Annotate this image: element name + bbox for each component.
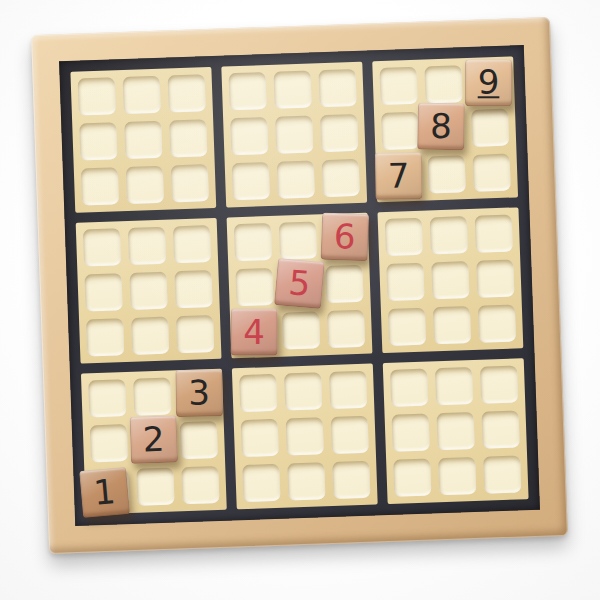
cell-cavity	[483, 455, 521, 493]
cell-r7c7[interactable]	[386, 364, 433, 411]
cell-r8c2[interactable]: 2	[131, 418, 178, 465]
cell-cavity	[239, 374, 277, 412]
cell-cavity	[274, 70, 312, 108]
cell-cavity	[78, 77, 116, 115]
tile-4[interactable]: 4	[231, 309, 278, 356]
tile-numeral: 7	[388, 158, 410, 192]
cell-r7c2[interactable]	[129, 373, 176, 420]
block-2-2: 654	[227, 213, 373, 359]
cell-r4c3[interactable]	[169, 221, 216, 268]
blocks-grid: 987654321	[70, 56, 528, 514]
cell-r9c9[interactable]	[479, 451, 526, 498]
cell-cavity	[327, 310, 365, 348]
cell-r9c6[interactable]	[328, 457, 375, 504]
cell-cavity	[129, 272, 167, 310]
cell-r1c5[interactable]	[269, 66, 316, 113]
cell-r6c2[interactable]	[127, 312, 174, 359]
cell-cavity	[438, 457, 476, 495]
cell-r2c6[interactable]	[316, 110, 363, 157]
cell-cavity	[473, 154, 511, 192]
cell-r9c7[interactable]	[389, 454, 436, 501]
board-black-grid: 987654321	[59, 45, 540, 526]
tile-numeral: 9	[478, 65, 500, 99]
tile-3[interactable]: 3	[175, 369, 223, 417]
photo-background: 987654321	[0, 0, 600, 600]
cell-r5c5[interactable]: 5	[276, 262, 323, 309]
cell-r1c9[interactable]: 9	[465, 60, 512, 107]
cell-r5c8[interactable]	[427, 257, 474, 304]
cell-r5c6[interactable]	[321, 261, 368, 308]
cell-cavity	[174, 270, 212, 308]
cell-r1c7[interactable]	[375, 63, 422, 110]
cell-r8c4[interactable]	[237, 415, 284, 462]
cell-cavity	[180, 421, 218, 459]
cell-cavity	[331, 416, 369, 454]
cell-r3c3[interactable]	[167, 160, 214, 207]
cell-cavity	[476, 260, 514, 298]
cell-cavity	[277, 160, 315, 198]
cell-cavity	[482, 410, 520, 448]
cell-cavity	[388, 308, 426, 346]
cell-cavity	[230, 117, 268, 155]
cell-cavity	[435, 367, 473, 405]
cell-r1c8[interactable]	[420, 61, 467, 108]
cell-r6c3[interactable]	[172, 311, 219, 358]
cell-r4c1[interactable]	[79, 224, 126, 271]
cell-r3c7[interactable]: 7	[378, 153, 425, 200]
cell-cavity	[229, 72, 267, 110]
cell-r6c1[interactable]	[82, 314, 129, 361]
cell-cavity	[287, 462, 325, 500]
cell-cavity	[392, 414, 430, 452]
cell-cavity	[431, 261, 469, 299]
cell-r2c2[interactable]	[120, 117, 167, 164]
cell-r4c8[interactable]	[426, 212, 473, 259]
tile-1[interactable]: 1	[79, 467, 130, 518]
cell-r3c4[interactable]	[228, 158, 275, 205]
cell-cavity	[437, 412, 475, 450]
cell-r1c4[interactable]	[224, 68, 271, 115]
cell-r2c1[interactable]	[75, 118, 122, 165]
cell-r9c3[interactable]	[177, 462, 224, 509]
cell-cavity	[386, 263, 424, 301]
cell-r5c2[interactable]	[125, 267, 172, 314]
cell-cavity	[84, 273, 122, 311]
tile-numeral: 6	[333, 219, 356, 254]
cell-r1c1[interactable]	[74, 73, 121, 120]
cell-r4c9[interactable]	[471, 210, 518, 257]
cell-cavity	[430, 216, 468, 254]
cell-r2c9[interactable]	[467, 104, 514, 151]
cell-r1c3[interactable]	[163, 70, 210, 117]
block-1-1	[70, 67, 216, 213]
cell-r4c7[interactable]	[381, 214, 428, 261]
cell-cavity	[128, 227, 166, 265]
cell-r9c8[interactable]	[434, 453, 481, 500]
cell-r3c9[interactable]	[468, 149, 515, 196]
cell-cavity	[169, 119, 207, 157]
cell-r7c1[interactable]	[84, 375, 131, 422]
block-3-3	[383, 358, 529, 504]
cell-r6c7[interactable]	[384, 304, 431, 351]
block-2-1	[76, 218, 222, 364]
cell-cavity	[390, 369, 428, 407]
cell-cavity	[126, 166, 164, 204]
cell-r6c4[interactable]: 4	[233, 309, 280, 356]
cell-cavity	[475, 215, 513, 253]
cell-cavity	[81, 167, 119, 205]
cell-r6c5[interactable]	[278, 307, 325, 354]
cell-cavity	[424, 65, 462, 103]
tile-7[interactable]: 7	[375, 152, 423, 200]
cell-cavity	[379, 67, 417, 105]
cell-cavity	[322, 159, 360, 197]
cell-cavity	[79, 122, 117, 160]
block-3-1: 321	[81, 369, 227, 515]
cell-r7c6[interactable]	[325, 367, 372, 414]
tile-2[interactable]: 2	[129, 415, 178, 464]
cell-r6c8[interactable]	[429, 302, 476, 349]
cell-cavity	[329, 371, 367, 409]
cell-r3c5[interactable]	[273, 156, 320, 203]
cell-r3c2[interactable]	[122, 162, 169, 209]
cell-cavity	[241, 419, 279, 457]
cell-cavity	[88, 379, 126, 417]
tile-numeral: 5	[287, 265, 312, 301]
cell-cavity	[176, 315, 214, 353]
cell-r9c1[interactable]: 1	[87, 465, 134, 512]
cell-r8c9[interactable]	[477, 406, 524, 453]
cell-cavity	[478, 304, 516, 342]
cell-cavity	[275, 115, 313, 153]
block-3-2	[232, 363, 378, 509]
cell-cavity	[385, 218, 423, 256]
cell-r7c4[interactable]	[235, 370, 282, 417]
block-2-3	[377, 207, 523, 353]
cell-r8c3[interactable]	[176, 417, 223, 464]
cell-cavity	[235, 268, 273, 306]
tile-6[interactable]: 6	[321, 213, 370, 262]
cell-r5c9[interactable]	[472, 255, 519, 302]
block-1-3: 987	[372, 56, 518, 202]
cell-r1c6[interactable]	[314, 65, 361, 112]
cell-r7c8[interactable]	[431, 363, 478, 410]
cell-r8c8[interactable]	[432, 408, 479, 455]
cell-r2c4[interactable]	[226, 113, 273, 160]
cell-cavity	[173, 225, 211, 263]
cell-r7c5[interactable]	[280, 368, 327, 415]
cell-r4c4[interactable]	[230, 219, 277, 266]
cell-cavity	[181, 466, 219, 504]
cell-cavity	[480, 365, 518, 403]
tile-5[interactable]: 5	[274, 258, 325, 309]
cell-cavity	[136, 468, 174, 506]
tile-9[interactable]: 9	[465, 59, 512, 106]
cell-r5c3[interactable]	[170, 266, 217, 313]
cell-r2c8[interactable]: 8	[422, 106, 469, 153]
cell-cavity	[282, 311, 320, 349]
tile-8[interactable]: 8	[417, 103, 465, 151]
cell-cavity	[284, 372, 322, 410]
cell-cavity	[133, 378, 171, 416]
cell-r8c6[interactable]	[326, 412, 373, 459]
block-1-2	[221, 62, 367, 208]
cell-r9c5[interactable]	[283, 458, 330, 505]
cell-cavity	[90, 424, 128, 462]
cell-cavity	[320, 114, 358, 152]
cell-cavity	[381, 112, 419, 150]
cell-r7c9[interactable]	[476, 361, 523, 408]
cell-r5c4[interactable]	[231, 264, 278, 311]
cell-cavity	[234, 223, 272, 261]
cell-cavity	[232, 162, 270, 200]
cell-cavity	[279, 221, 317, 259]
cell-r6c6[interactable]	[323, 306, 370, 353]
cell-r5c1[interactable]	[80, 269, 127, 316]
cell-r4c5[interactable]	[275, 217, 322, 264]
cell-cavity	[433, 306, 471, 344]
cell-r1c2[interactable]	[118, 72, 165, 119]
cell-r4c2[interactable]	[124, 223, 171, 270]
cell-r2c3[interactable]	[165, 115, 212, 162]
cell-cavity	[168, 74, 206, 112]
cell-r3c8[interactable]	[423, 151, 470, 198]
cell-cavity	[86, 318, 124, 356]
tile-numeral: 2	[142, 421, 165, 456]
cell-cavity	[171, 164, 209, 202]
cell-cavity	[428, 155, 466, 193]
tile-numeral: 8	[430, 108, 452, 142]
sudoku-board: 987654321	[31, 17, 568, 554]
cell-cavity	[286, 417, 324, 455]
cell-r8c7[interactable]	[387, 409, 434, 456]
cell-cavity	[123, 76, 161, 114]
cell-r9c2[interactable]	[132, 463, 179, 510]
cell-cavity	[393, 459, 431, 497]
cell-cavity	[332, 461, 370, 499]
cell-cavity	[83, 228, 121, 266]
cell-r4c6[interactable]: 6	[320, 216, 367, 263]
cell-r8c5[interactable]	[281, 413, 328, 460]
cell-cavity	[242, 464, 280, 502]
cell-cavity	[471, 109, 509, 147]
tile-numeral: 1	[92, 474, 117, 510]
cell-cavity	[131, 317, 169, 355]
cell-cavity	[318, 69, 356, 107]
tile-numeral: 3	[188, 375, 210, 409]
cell-r2c5[interactable]	[271, 111, 318, 158]
tile-numeral: 4	[243, 314, 265, 348]
cell-r7c3[interactable]: 3	[174, 372, 221, 419]
cell-r8c1[interactable]	[86, 420, 133, 467]
cell-cavity	[124, 121, 162, 159]
cell-r5c7[interactable]	[382, 259, 429, 306]
cell-r3c1[interactable]	[77, 163, 124, 210]
cell-r9c4[interactable]	[238, 460, 285, 507]
cell-r3c6[interactable]	[318, 155, 365, 202]
cell-cavity	[325, 265, 363, 303]
cell-r6c9[interactable]	[474, 300, 521, 347]
